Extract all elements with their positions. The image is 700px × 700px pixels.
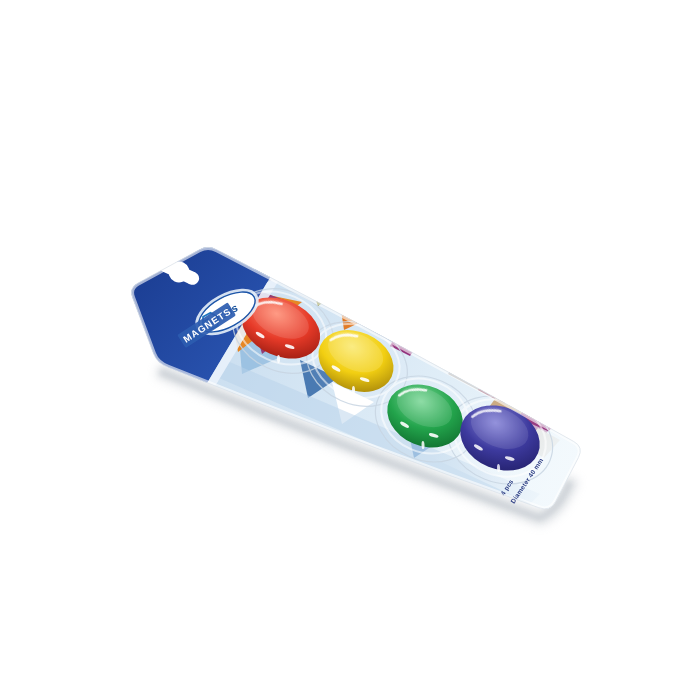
product-photo-scene: Forofis MAGNETS 4 pcs Diameter 40 mm — [0, 0, 700, 700]
blister-card-photo: Forofis MAGNETS 4 pcs Diameter 40 mm — [0, 0, 700, 700]
